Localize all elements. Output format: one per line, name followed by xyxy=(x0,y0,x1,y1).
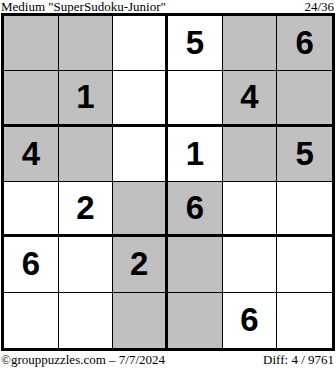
cell-r5c3[interactable]: 2 xyxy=(113,237,168,292)
cell-r2c6[interactable] xyxy=(277,71,332,126)
cell-r6c5[interactable]: 6 xyxy=(223,293,278,348)
cell-r3c3[interactable] xyxy=(113,127,168,182)
cell-r4c4[interactable]: 6 xyxy=(168,182,223,237)
cell-r4c2[interactable]: 2 xyxy=(59,182,114,237)
cell-r4c5[interactable] xyxy=(223,182,278,237)
cell-r1c3[interactable] xyxy=(113,16,168,71)
cell-r5c4[interactable] xyxy=(168,237,223,292)
cell-r1c1[interactable] xyxy=(4,16,59,71)
sudoku-board: 561441526626 xyxy=(1,13,335,351)
cell-r1c6[interactable]: 6 xyxy=(277,16,332,71)
cell-r5c5[interactable] xyxy=(223,237,278,292)
cell-r2c2[interactable]: 1 xyxy=(59,71,114,126)
cell-r2c3[interactable] xyxy=(113,71,168,126)
cell-r3c4[interactable]: 1 xyxy=(168,127,223,182)
cell-r1c2[interactable] xyxy=(59,16,114,71)
cell-r1c5[interactable] xyxy=(223,16,278,71)
cell-r6c6[interactable] xyxy=(277,293,332,348)
cell-r3c1[interactable]: 4 xyxy=(4,127,59,182)
puzzle-page: Medium "SuperSudoku-Junior" 24/36 561441… xyxy=(0,0,336,370)
cell-r6c2[interactable] xyxy=(59,293,114,348)
cell-r2c4[interactable] xyxy=(168,71,223,126)
cell-r3c2[interactable] xyxy=(59,127,114,182)
given-count: 24/36 xyxy=(304,0,334,13)
cell-r3c6[interactable]: 5 xyxy=(277,127,332,182)
cell-r4c6[interactable] xyxy=(277,182,332,237)
cell-r5c6[interactable] xyxy=(277,237,332,292)
footer: ©grouppuzzles.com – 7/7/2024 Diff: 4 / 9… xyxy=(1,353,334,368)
cell-r3c5[interactable] xyxy=(223,127,278,182)
cell-r6c4[interactable] xyxy=(168,293,223,348)
cell-r6c1[interactable] xyxy=(4,293,59,348)
cell-r1c4[interactable]: 5 xyxy=(168,16,223,71)
cell-r6c3[interactable] xyxy=(113,293,168,348)
cell-r4c1[interactable] xyxy=(4,182,59,237)
cell-r5c2[interactable] xyxy=(59,237,114,292)
cell-r5c1[interactable]: 6 xyxy=(4,237,59,292)
cell-r4c3[interactable] xyxy=(113,182,168,237)
cell-r2c1[interactable] xyxy=(4,71,59,126)
header: Medium "SuperSudoku-Junior" 24/36 xyxy=(1,0,334,13)
difficulty-text: Diff: 4 / 9761 xyxy=(263,353,334,367)
cell-r2c5[interactable]: 4 xyxy=(223,71,278,126)
puzzle-title: Medium "SuperSudoku-Junior" xyxy=(1,0,166,13)
copyright-text: ©grouppuzzles.com – 7/7/2024 xyxy=(1,353,165,367)
